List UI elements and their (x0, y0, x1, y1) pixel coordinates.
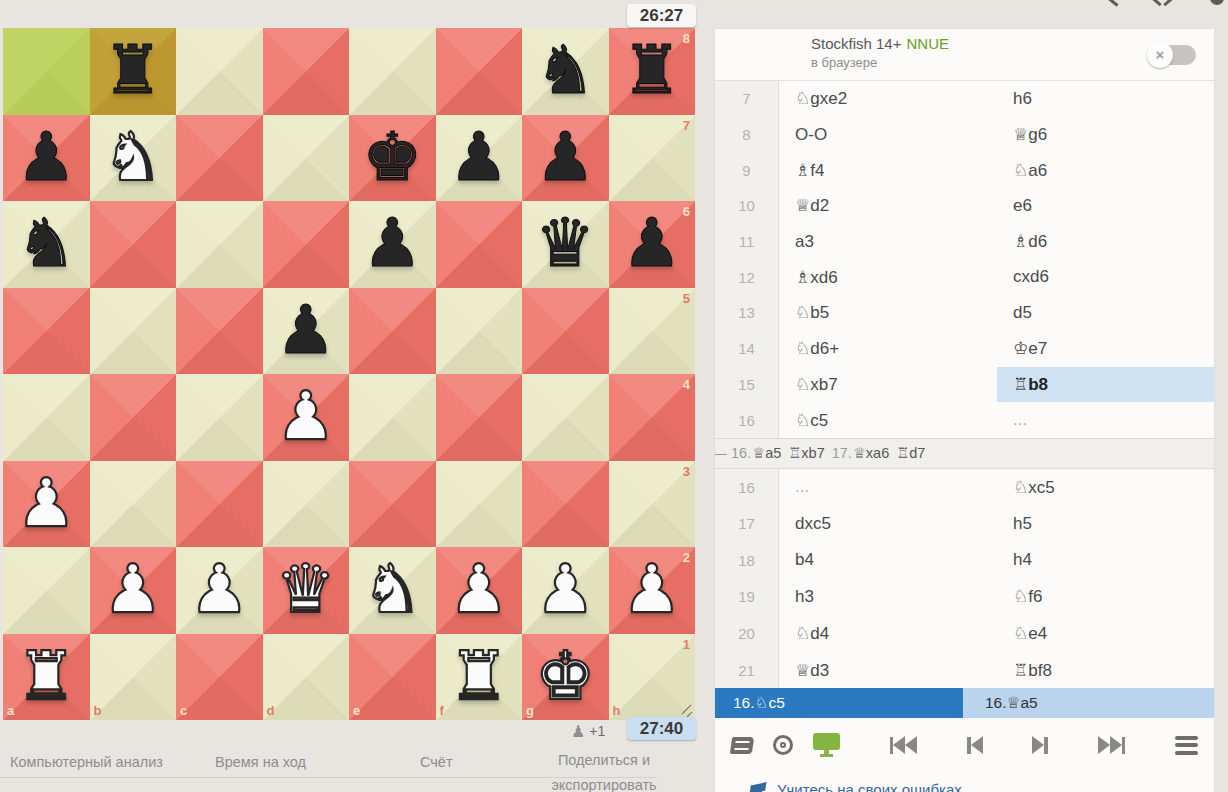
move-number: 8 (715, 117, 779, 153)
square-g5[interactable] (522, 288, 609, 375)
move-number: 7 (715, 81, 779, 117)
white-clock: 27:40 (627, 717, 696, 740)
black-clock: 26:27 (627, 4, 696, 27)
white-move-11[interactable]: a3 (779, 224, 997, 260)
move-number: 16 (715, 402, 779, 438)
variation-line[interactable]: 16.♕a5♖xb717.♕xa6♖d7 (715, 438, 1214, 469)
square-a5[interactable] (3, 288, 90, 375)
black-move-7[interactable]: h6 (997, 81, 1214, 117)
white-N-e2[interactable]: ♞ (349, 547, 436, 634)
board-resize-handle[interactable] (679, 705, 693, 717)
square-d1[interactable]: d (263, 634, 350, 721)
black-move-19[interactable]: ♘f6 (997, 579, 1214, 616)
black-P-e6[interactable]: ♟ (349, 201, 436, 288)
move-row-19: 19h3♘f6 (715, 579, 1214, 616)
square-d4[interactable]: ♟ (263, 374, 350, 461)
square-h8[interactable]: 8♜ (609, 28, 696, 115)
move-number: 9 (715, 152, 779, 188)
engine-nnue-label: NNUE (906, 35, 949, 52)
square-b5[interactable] (90, 288, 177, 375)
square-d6[interactable] (263, 201, 350, 288)
challenges-icon[interactable] (1151, 0, 1161, 6)
square-b7[interactable]: ♞ (90, 115, 177, 202)
move-row-13: 13♘b5d5 (715, 295, 1214, 331)
first-move-button[interactable] (890, 736, 918, 754)
black-P-f7[interactable]: ♟ (436, 115, 523, 202)
square-c1[interactable]: c (176, 634, 263, 721)
square-c3[interactable] (176, 461, 263, 548)
white-P-c2[interactable]: ♟ (176, 547, 263, 634)
square-h4[interactable]: 4 (609, 374, 696, 461)
file-label-a: a (7, 703, 14, 718)
square-d8[interactable] (263, 28, 350, 115)
square-a8[interactable] (3, 28, 90, 115)
chess-board[interactable]: ♜♞8♜♟♞♚♟♟7♞♟♛6♟♟5♟4♟3♟♟♛♞♟♟2♟a♜bcdef♜g♚1… (3, 28, 695, 720)
square-b8[interactable]: ♜ (90, 28, 177, 115)
variation-move[interactable]: ♖d7 (896, 445, 925, 461)
black-N-g8[interactable]: ♞ (522, 28, 609, 115)
file-label-g: g (526, 703, 534, 718)
move-number: 19 (715, 579, 779, 616)
move-row-11: 11a3♗d6 (715, 224, 1214, 260)
move-number: 21 (715, 652, 779, 689)
file-label-c: c (180, 703, 187, 718)
square-e1[interactable]: e (349, 634, 436, 721)
square-d3[interactable] (263, 461, 350, 548)
search-icon[interactable] (1106, 0, 1118, 7)
prev-move-button[interactable] (967, 736, 983, 754)
move-number: 10 (715, 188, 779, 224)
move-number: 18 (715, 542, 779, 579)
white-move-7[interactable]: ♘gxe2 (779, 81, 997, 117)
move-number: 17 (715, 505, 779, 542)
white-P-d4[interactable]: ♟ (263, 374, 350, 461)
move-number: 16 (715, 469, 779, 506)
variation-dash (715, 454, 727, 455)
move-number: 12 (715, 259, 779, 295)
material-value: +1 (589, 723, 605, 739)
square-g3[interactable] (522, 461, 609, 548)
rank-label-7: 7 (683, 118, 690, 133)
rank-label-1: 1 (683, 637, 690, 652)
move-row-16: 16♘c5... (715, 402, 1214, 438)
white-P-a3[interactable]: ♟ (3, 461, 90, 548)
square-f2[interactable]: ♟ (436, 547, 523, 634)
move-row-12: 12♗xd6cxd6 (715, 259, 1214, 295)
black-move-8[interactable]: ♕g6 (997, 117, 1214, 153)
move-row-14: 14♘d6+♔e7 (715, 331, 1214, 367)
black-R-b8[interactable]: ♜ (90, 28, 177, 115)
square-c7[interactable] (176, 115, 263, 202)
square-c4[interactable] (176, 374, 263, 461)
black-K-e7[interactable]: ♚ (349, 115, 436, 202)
move-row-15: 15♘xb7♖b8 (715, 367, 1214, 403)
square-d2[interactable]: ♛ (263, 547, 350, 634)
black-move-9[interactable]: ♘a6 (997, 152, 1214, 188)
variation-move-number: 17. (832, 445, 852, 461)
black-move-14[interactable]: ♔e7 (997, 331, 1214, 367)
black-move-21[interactable]: ♖bf8 (997, 652, 1214, 689)
next-move-choices: 16.♘c5 16.♕a5 (715, 688, 1214, 718)
white-move-14[interactable]: ♘d6+ (779, 331, 997, 367)
tab-computer-analysis[interactable]: Компьютерный анализ (10, 754, 163, 770)
move-row-8: 8O-O♕g6 (715, 117, 1214, 153)
engine-subtitle: в браузере (811, 55, 949, 70)
rank-label-8: 8 (683, 31, 690, 46)
square-c8[interactable] (176, 28, 263, 115)
move-number: 15 (715, 367, 779, 403)
square-a6[interactable]: ♞ (3, 201, 90, 288)
move-row-16: 16...♘xc5 (715, 469, 1214, 506)
variation-move-number: 16. (731, 445, 751, 461)
black-N-a6[interactable]: ♞ (3, 201, 90, 288)
white-P-f2[interactable]: ♟ (436, 547, 523, 634)
move-row-9: 9♗f4♘a6 (715, 152, 1214, 188)
black-P-a7[interactable]: ♟ (3, 115, 90, 202)
square-h5[interactable]: 5 (609, 288, 696, 375)
engine-monitor-icon[interactable] (813, 733, 840, 757)
rank-label-4: 4 (683, 377, 690, 392)
square-e7[interactable]: ♚ (349, 115, 436, 202)
square-c5[interactable] (176, 288, 263, 375)
last-move-button[interactable] (1098, 736, 1126, 754)
square-f8[interactable] (436, 28, 523, 115)
black-move-16[interactable]: ♘xc5 (997, 469, 1214, 506)
square-h3[interactable]: 3 (609, 461, 696, 548)
black-Q-g6[interactable]: ♛ (522, 201, 609, 288)
square-a7[interactable]: ♟ (3, 115, 90, 202)
white-R-a1[interactable]: ♜ (3, 634, 90, 721)
material-balance: ♟ +1 (571, 722, 605, 741)
variation-moves: 16.♕a5♖xb717.♕xa6♖d7 (731, 445, 932, 461)
white-move-16[interactable]: ... (779, 469, 997, 506)
move-number: 14 (715, 331, 779, 367)
black-move-17[interactable]: h5 (997, 505, 1214, 542)
move-number: 13 (715, 295, 779, 331)
move-list-continuation: 16...♘xc517dxc5h518b4h419h3♘f620♘d4♘e421… (715, 469, 1214, 689)
square-g2[interactable]: ♟ (522, 547, 609, 634)
black-move-20[interactable]: ♘e4 (997, 615, 1214, 652)
file-label-e: e (353, 703, 360, 718)
square-f6[interactable] (436, 201, 523, 288)
next-move-button[interactable] (1032, 736, 1048, 754)
black-move-16[interactable]: ... (997, 402, 1214, 438)
gear-icon[interactable] (1210, 0, 1224, 5)
tabs-divider (0, 777, 657, 778)
move-number: 11 (715, 224, 779, 260)
square-e4[interactable] (349, 374, 436, 461)
analysis-toolbar (715, 718, 1214, 772)
black-move-18[interactable]: h4 (997, 542, 1214, 579)
white-N-b7[interactable]: ♞ (90, 115, 177, 202)
move-row-18: 18b4h4 (715, 542, 1214, 579)
square-f5[interactable] (436, 288, 523, 375)
black-P-d5[interactable]: ♟ (263, 288, 350, 375)
rank-label-2: 2 (683, 550, 690, 565)
white-move-9[interactable]: ♗f4 (779, 152, 997, 188)
square-f7[interactable]: ♟ (436, 115, 523, 202)
square-b3[interactable] (90, 461, 177, 548)
black-move-12[interactable]: cxd6 (997, 259, 1214, 295)
engine-toggle[interactable]: × (1150, 45, 1196, 65)
white-move-13[interactable]: ♘b5 (779, 295, 997, 331)
move-row-7: 7♘gxe2h6 (715, 81, 1214, 117)
file-label-f: f (440, 703, 444, 718)
variation-move[interactable]: ♕xa6 (853, 445, 889, 461)
square-e6[interactable]: ♟ (349, 201, 436, 288)
square-g4[interactable] (522, 374, 609, 461)
black-move-11[interactable]: ♗d6 (997, 224, 1214, 260)
square-c2[interactable]: ♟ (176, 547, 263, 634)
opening-book-icon[interactable] (730, 737, 754, 754)
white-move-19[interactable]: h3 (779, 579, 997, 616)
square-a1[interactable]: a♜ (3, 634, 90, 721)
move-row-17: 17dxc5h5 (715, 505, 1214, 542)
move-row-20: 20♘d4♘e4 (715, 615, 1214, 652)
learn-link-label: Учитесь на своих ошибках (777, 781, 962, 792)
rank-label-6: 6 (683, 204, 690, 219)
square-c6[interactable] (176, 201, 263, 288)
square-h6[interactable]: 6♟ (609, 201, 696, 288)
variation-move[interactable]: ♕a5 (752, 445, 781, 461)
white-move-8[interactable]: O-O (779, 117, 997, 153)
graduation-cap-icon (749, 784, 767, 792)
white-move-18[interactable]: b4 (779, 542, 997, 579)
toggle-off-icon[interactable]: × (1147, 42, 1173, 68)
next-move-alt-button[interactable]: 16.♕a5 (963, 688, 1214, 718)
white-K-g1[interactable]: ♚ (522, 634, 609, 721)
square-a2[interactable] (3, 547, 90, 634)
square-e3[interactable] (349, 461, 436, 548)
square-g7[interactable]: ♟ (522, 115, 609, 202)
menu-icon[interactable] (1175, 736, 1198, 755)
square-b2[interactable]: ♟ (90, 547, 177, 634)
white-P-b2[interactable]: ♟ (90, 547, 177, 634)
learn-from-mistakes-link[interactable]: Учитесь на своих ошибках (715, 772, 1214, 792)
square-g6[interactable]: ♛ (522, 201, 609, 288)
square-b1[interactable]: b (90, 634, 177, 721)
square-d7[interactable] (263, 115, 350, 202)
square-a4[interactable] (3, 374, 90, 461)
white-move-12[interactable]: ♗xd6 (779, 259, 997, 295)
square-h7[interactable]: 7 (609, 115, 696, 202)
engine-name: Stockfish 14+ (811, 35, 901, 52)
square-b6[interactable] (90, 201, 177, 288)
square-h1[interactable]: 1h (609, 634, 696, 721)
move-list-main: 7♘gxe2h68O-O♕g69♗f4♘a610♕d2e611a3♗d612♗x… (715, 81, 1214, 438)
analysis-panel: Stockfish 14+NNUE в браузере × 7♘gxe2h68… (714, 28, 1215, 792)
square-g1[interactable]: g♚ (522, 634, 609, 721)
tab-share-export[interactable]: Поделиться и экспортировать (543, 748, 665, 792)
white-move-15[interactable]: ♘xb7 (779, 367, 997, 403)
file-label-b: b (94, 703, 102, 718)
tab-score[interactable]: Счёт (420, 754, 453, 770)
square-f1[interactable]: f♜ (436, 634, 523, 721)
white-move-20[interactable]: ♘d4 (779, 615, 997, 652)
current-move-15[interactable]: ♖b8 (997, 367, 1214, 403)
white-Q-d2[interactable]: ♛ (263, 547, 350, 634)
rank-label-3: 3 (683, 464, 690, 479)
move-row-10: 10♕d2e6 (715, 188, 1214, 224)
engine-header: Stockfish 14+NNUE в браузере × (715, 29, 1214, 81)
square-e5[interactable] (349, 288, 436, 375)
practice-target-icon[interactable] (773, 735, 793, 755)
square-a3[interactable]: ♟ (3, 461, 90, 548)
move-row-21: 21♕d3♖bf8 (715, 652, 1214, 689)
white-P-g2[interactable]: ♟ (522, 547, 609, 634)
square-b4[interactable] (90, 374, 177, 461)
rank-label-5: 5 (683, 291, 690, 306)
square-e2[interactable]: ♞ (349, 547, 436, 634)
black-P-g7[interactable]: ♟ (522, 115, 609, 202)
white-move-21[interactable]: ♕d3 (779, 652, 997, 689)
white-move-17[interactable]: dxc5 (779, 505, 997, 542)
square-d5[interactable]: ♟ (263, 288, 350, 375)
black-move-13[interactable]: d5 (997, 295, 1214, 331)
square-f4[interactable] (436, 374, 523, 461)
square-f3[interactable] (436, 461, 523, 548)
white-move-10[interactable]: ♕d2 (779, 188, 997, 224)
square-g8[interactable]: ♞ (522, 28, 609, 115)
white-move-16[interactable]: ♘c5 (779, 402, 997, 438)
square-h2[interactable]: 2♟ (609, 547, 696, 634)
engine-info: Stockfish 14+NNUE в браузере (811, 35, 949, 70)
variation-move[interactable]: ♖xb7 (788, 445, 824, 461)
tab-move-times[interactable]: Время на ход (215, 754, 306, 770)
pawn-icon: ♟ (571, 722, 585, 741)
challenges-icon[interactable] (1163, 0, 1173, 6)
square-e8[interactable] (349, 28, 436, 115)
next-move-primary-button[interactable]: 16.♘c5 (715, 688, 963, 718)
black-move-10[interactable]: e6 (997, 188, 1214, 224)
analysis-page: { "game": "chess", "position": "1r4nr/pN… (0, 0, 1228, 792)
white-R-f1[interactable]: ♜ (436, 634, 523, 721)
move-number: 20 (715, 615, 779, 652)
file-label-h: h (613, 703, 621, 718)
file-label-d: d (267, 703, 275, 718)
